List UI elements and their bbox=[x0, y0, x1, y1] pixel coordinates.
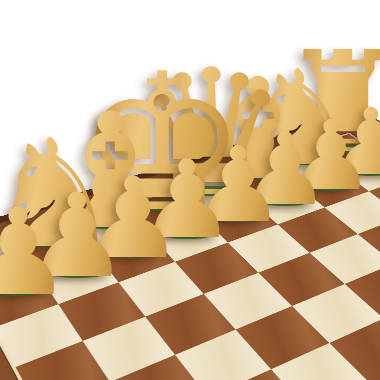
chess-photo-scene: ♞♝♚♛♝♞♜♟♟♟♟♟♟♟♟ bbox=[0, 0, 380, 380]
pawn-icon: ♟ bbox=[0, 193, 72, 313]
